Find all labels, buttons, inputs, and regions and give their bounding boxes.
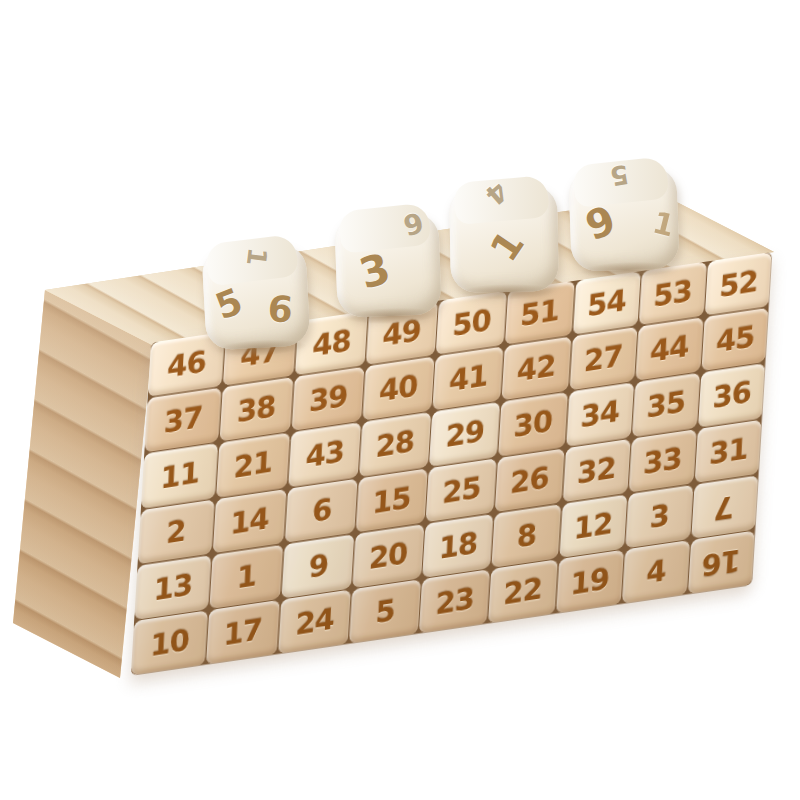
block-29: 29 [429, 402, 500, 467]
block-25: 25 [426, 458, 497, 523]
block-31: 31 [695, 419, 762, 483]
block-number: 4 [646, 553, 667, 590]
block-20: 20 [352, 523, 424, 588]
block-38: 38 [219, 377, 294, 442]
block-number: 50 [451, 303, 491, 343]
block-9: 9 [281, 534, 354, 599]
die-3-face-front: 1 [482, 223, 533, 270]
block-number: 10 [149, 623, 189, 663]
block-27: 27 [569, 327, 638, 391]
die-2-face-top: 6 [399, 205, 426, 242]
block-12: 12 [559, 494, 628, 558]
block-number: 5 [375, 593, 396, 630]
block-41: 41 [432, 346, 503, 411]
block-number: 18 [438, 525, 478, 565]
block-4: 4 [622, 540, 690, 604]
block-number: 52 [718, 264, 758, 304]
die-4-face-front-left: 6 [579, 195, 621, 248]
block-number: 7 [714, 488, 735, 525]
block-33: 33 [629, 428, 697, 492]
block-number: 12 [573, 506, 613, 546]
block-number: 39 [308, 379, 348, 419]
block-number: 14 [230, 501, 270, 541]
block-number: 11 [159, 456, 199, 496]
block-15: 15 [356, 468, 428, 533]
block-number: 22 [503, 571, 543, 611]
block-52: 52 [705, 252, 772, 316]
block-2: 2 [138, 499, 215, 564]
block-number: 31 [708, 431, 748, 471]
block-54: 54 [573, 271, 642, 335]
block-40: 40 [363, 356, 435, 421]
block-21: 21 [215, 433, 290, 498]
block-39: 39 [291, 367, 364, 432]
block-14: 14 [212, 488, 287, 553]
block-number: 42 [517, 348, 557, 388]
block-number: 8 [516, 517, 537, 554]
block-number: 43 [305, 434, 345, 474]
block-number: 26 [510, 460, 550, 500]
block-45: 45 [701, 308, 768, 372]
block-number: 32 [577, 450, 617, 490]
die-1-face-front-right: 6 [266, 288, 295, 331]
block-number: 19 [570, 561, 610, 601]
block-number: 45 [715, 319, 755, 359]
block-22: 22 [488, 559, 558, 623]
block-number: 1 [236, 558, 257, 595]
block-1: 1 [209, 544, 284, 609]
block-28: 28 [359, 412, 431, 477]
block-number: 6 [311, 492, 332, 529]
product-photo-scene: 4647484950515453523738394041422744451121… [0, 0, 800, 800]
block-42: 42 [501, 336, 571, 400]
block-13: 13 [134, 554, 211, 619]
die-1-face-front-left: 5 [210, 280, 248, 327]
block-number: 53 [653, 273, 693, 313]
block-number: 48 [312, 323, 352, 363]
die-3: 41 [449, 185, 559, 293]
block-43: 43 [288, 422, 361, 487]
block-44: 44 [636, 317, 704, 381]
block-30: 30 [498, 392, 568, 456]
die-1: 156 [201, 243, 310, 350]
block-number: 40 [379, 368, 419, 408]
block-number: 29 [445, 414, 485, 454]
block-number: 24 [295, 601, 335, 641]
block-number: 13 [153, 567, 193, 607]
block-10: 10 [131, 610, 208, 675]
block-number: 44 [650, 329, 690, 369]
block-6: 6 [285, 478, 358, 543]
block-number: 15 [372, 480, 412, 520]
die-4: 561 [568, 166, 679, 272]
block-number: 16 [701, 542, 741, 582]
die-2-face-front: 3 [354, 243, 396, 298]
block-number: 37 [163, 400, 203, 440]
block-number: 35 [646, 385, 686, 425]
block-number: 34 [580, 394, 620, 434]
block-number: 30 [513, 404, 553, 444]
block-35: 35 [632, 373, 700, 437]
block-number: 33 [643, 440, 683, 480]
block-23: 23 [419, 569, 490, 634]
die-2: 63 [334, 212, 441, 318]
block-19: 19 [556, 549, 625, 613]
block-number: 36 [712, 375, 752, 415]
die-3-face-top: 4 [479, 176, 514, 212]
block-32: 32 [562, 438, 631, 502]
block-number: 9 [308, 547, 329, 584]
block-17: 17 [205, 600, 280, 665]
block-26: 26 [495, 448, 565, 512]
block-number: 28 [375, 424, 415, 464]
block-11: 11 [141, 443, 218, 508]
block-number: 21 [233, 445, 273, 485]
block-number: 41 [448, 358, 488, 398]
block-37: 37 [144, 388, 221, 453]
block-number: 38 [236, 389, 276, 429]
block-number: 27 [584, 339, 624, 379]
block-24: 24 [278, 589, 351, 654]
block-16: 16 [688, 530, 755, 594]
block-number: 3 [649, 497, 670, 534]
block-18: 18 [422, 513, 493, 578]
block-number: 23 [435, 581, 475, 621]
block-5: 5 [349, 579, 421, 644]
block-36: 36 [698, 363, 765, 427]
block-number: 17 [223, 612, 263, 652]
block-number: 20 [369, 535, 409, 575]
block-number: 46 [166, 344, 206, 384]
block-8: 8 [491, 503, 561, 567]
die-4-face-front-right: 1 [649, 205, 678, 244]
block-7: 7 [691, 475, 758, 539]
block-number: 2 [166, 513, 187, 550]
block-number: 54 [587, 283, 627, 323]
block-number: 25 [441, 470, 481, 510]
die-4-face-top: 5 [608, 159, 631, 192]
die-1-face-top: 1 [241, 246, 273, 268]
block-3: 3 [625, 484, 693, 548]
block-34: 34 [566, 382, 635, 446]
